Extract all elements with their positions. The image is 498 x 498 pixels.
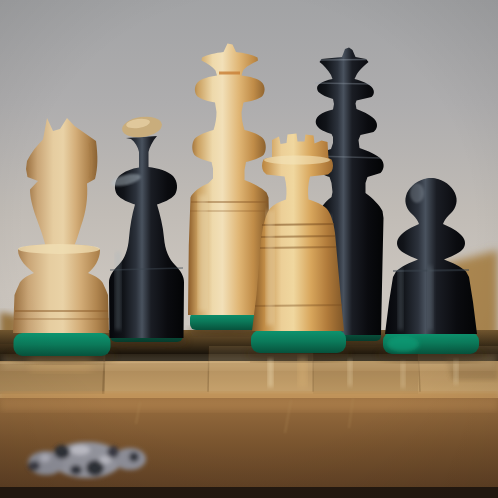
photo-vignette xyxy=(0,0,498,498)
photo-stage xyxy=(0,0,498,498)
chess-photo xyxy=(0,0,498,498)
